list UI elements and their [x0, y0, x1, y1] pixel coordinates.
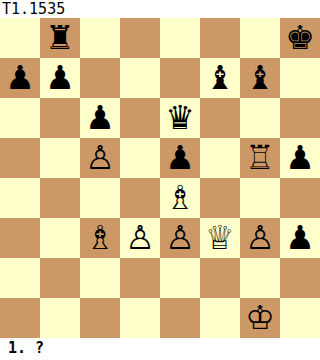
square-h7[interactable]: [280, 58, 320, 98]
white-queen[interactable]: ♕: [205, 218, 235, 258]
square-b3[interactable]: [40, 218, 80, 258]
square-c1[interactable]: [80, 298, 120, 338]
square-b8[interactable]: ♜: [40, 18, 80, 58]
white-pawn[interactable]: ♙: [85, 138, 115, 178]
white-king[interactable]: ♔: [245, 298, 275, 338]
white-bishop[interactable]: ♗: [165, 178, 195, 218]
square-d5[interactable]: [120, 138, 160, 178]
puzzle-title: T1.1535: [0, 0, 320, 18]
square-b2[interactable]: [40, 258, 80, 298]
square-d4[interactable]: [120, 178, 160, 218]
square-f3[interactable]: ♕: [200, 218, 240, 258]
square-a5[interactable]: [0, 138, 40, 178]
square-g2[interactable]: [240, 258, 280, 298]
chess-board: ♜♚♟♟♝♝♟♛♙♟♖♟♗♗♙♙♕♙♟♔: [0, 18, 320, 338]
square-h2[interactable]: [280, 258, 320, 298]
square-g7[interactable]: ♝: [240, 58, 280, 98]
square-f2[interactable]: [200, 258, 240, 298]
square-g6[interactable]: [240, 98, 280, 138]
move-prompt: 1. ?: [0, 338, 320, 360]
square-h5[interactable]: ♟: [280, 138, 320, 178]
square-h8[interactable]: ♚: [280, 18, 320, 58]
black-pawn[interactable]: ♟: [85, 98, 115, 138]
square-e3[interactable]: ♙: [160, 218, 200, 258]
square-b1[interactable]: [40, 298, 80, 338]
black-bishop[interactable]: ♝: [205, 58, 235, 98]
square-f6[interactable]: [200, 98, 240, 138]
black-king[interactable]: ♚: [285, 18, 315, 58]
square-c7[interactable]: [80, 58, 120, 98]
square-a8[interactable]: [0, 18, 40, 58]
square-c2[interactable]: [80, 258, 120, 298]
square-f7[interactable]: ♝: [200, 58, 240, 98]
square-b4[interactable]: [40, 178, 80, 218]
black-queen[interactable]: ♛: [165, 98, 195, 138]
square-g4[interactable]: [240, 178, 280, 218]
square-c4[interactable]: [80, 178, 120, 218]
square-d3[interactable]: ♙: [120, 218, 160, 258]
square-c5[interactable]: ♙: [80, 138, 120, 178]
square-h6[interactable]: [280, 98, 320, 138]
square-a2[interactable]: [0, 258, 40, 298]
square-a7[interactable]: ♟: [0, 58, 40, 98]
square-f8[interactable]: [200, 18, 240, 58]
square-a4[interactable]: [0, 178, 40, 218]
square-h3[interactable]: ♟: [280, 218, 320, 258]
white-pawn[interactable]: ♙: [125, 218, 155, 258]
black-pawn[interactable]: ♟: [165, 138, 195, 178]
white-rook[interactable]: ♖: [245, 138, 275, 178]
square-g5[interactable]: ♖: [240, 138, 280, 178]
square-e5[interactable]: ♟: [160, 138, 200, 178]
square-e1[interactable]: [160, 298, 200, 338]
white-bishop[interactable]: ♗: [85, 218, 115, 258]
black-pawn[interactable]: ♟: [285, 138, 315, 178]
square-g3[interactable]: ♙: [240, 218, 280, 258]
square-g1[interactable]: ♔: [240, 298, 280, 338]
square-b7[interactable]: ♟: [40, 58, 80, 98]
square-e4[interactable]: ♗: [160, 178, 200, 218]
square-c3[interactable]: ♗: [80, 218, 120, 258]
square-b5[interactable]: [40, 138, 80, 178]
square-c8[interactable]: [80, 18, 120, 58]
black-pawn[interactable]: ♟: [5, 58, 35, 98]
square-f5[interactable]: [200, 138, 240, 178]
square-g8[interactable]: [240, 18, 280, 58]
black-pawn[interactable]: ♟: [45, 58, 75, 98]
black-pawn[interactable]: ♟: [285, 218, 315, 258]
square-d8[interactable]: [120, 18, 160, 58]
square-e2[interactable]: [160, 258, 200, 298]
square-h4[interactable]: [280, 178, 320, 218]
square-f1[interactable]: [200, 298, 240, 338]
square-d1[interactable]: [120, 298, 160, 338]
square-a1[interactable]: [0, 298, 40, 338]
square-e6[interactable]: ♛: [160, 98, 200, 138]
white-pawn[interactable]: ♙: [245, 218, 275, 258]
square-h1[interactable]: [280, 298, 320, 338]
square-a3[interactable]: [0, 218, 40, 258]
black-bishop[interactable]: ♝: [245, 58, 275, 98]
square-b6[interactable]: [40, 98, 80, 138]
square-d2[interactable]: [120, 258, 160, 298]
square-f4[interactable]: [200, 178, 240, 218]
square-d6[interactable]: [120, 98, 160, 138]
square-e8[interactable]: [160, 18, 200, 58]
black-rook[interactable]: ♜: [45, 18, 75, 58]
square-c6[interactable]: ♟: [80, 98, 120, 138]
square-d7[interactable]: [120, 58, 160, 98]
white-pawn[interactable]: ♙: [165, 218, 195, 258]
chess-diagram-page: T1.1535 ♜♚♟♟♝♝♟♛♙♟♖♟♗♗♙♙♕♙♟♔ 1. ?: [0, 0, 320, 360]
square-e7[interactable]: [160, 58, 200, 98]
square-a6[interactable]: [0, 98, 40, 138]
